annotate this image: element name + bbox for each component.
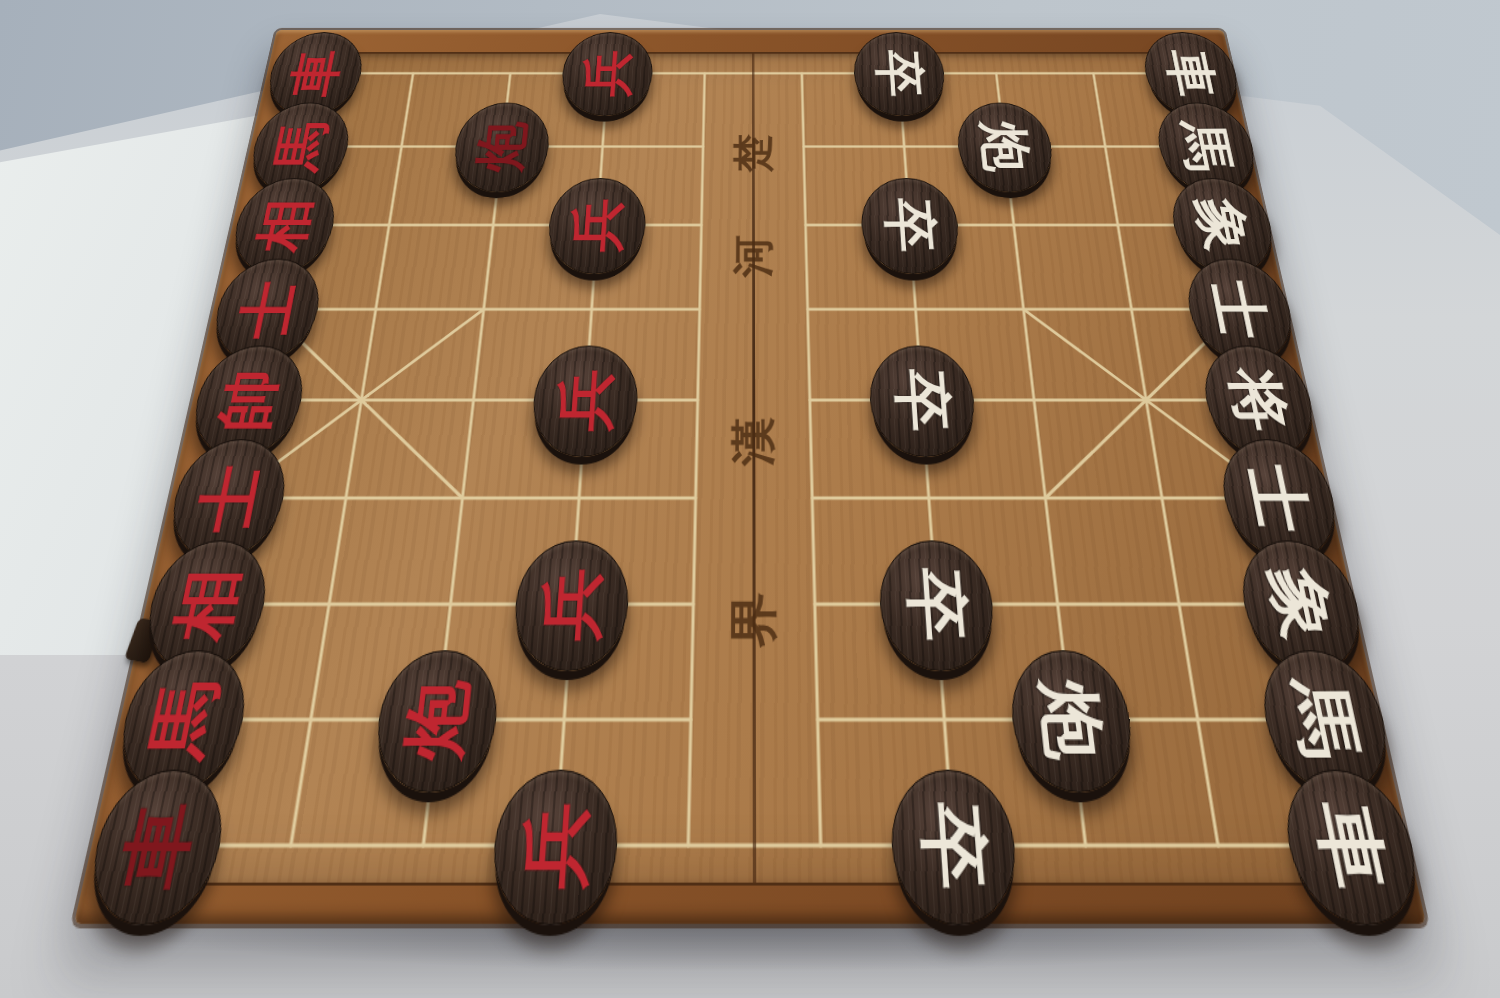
piece-character: 卒 — [891, 369, 954, 432]
piece-character: 士 — [1206, 281, 1274, 339]
piece-character: 兵 — [580, 50, 634, 97]
piece-character: 兵 — [568, 198, 626, 252]
river-label: 界 — [721, 592, 786, 649]
piece-character: 卒 — [902, 568, 970, 642]
piece-character: 相 — [252, 198, 317, 252]
piece-character: 相 — [168, 568, 246, 642]
piece-black-chariot[interactable]: 車 — [1275, 770, 1430, 926]
piece-character: 炮 — [399, 680, 474, 760]
piece-character: 兵 — [554, 369, 617, 432]
piece-character: 炮 — [473, 122, 531, 173]
xiangqi-board: 楚河漢界 車馬相士帥士相馬車炮炮兵兵兵兵兵卒卒卒卒卒炮炮車馬象士将士象馬車 — [74, 30, 1426, 924]
piece-character: 車 — [286, 50, 346, 97]
piece-character: 卒 — [916, 802, 991, 890]
piece-character: 卒 — [881, 198, 939, 252]
piece-character: 将 — [1223, 369, 1294, 432]
piece-character: 士 — [192, 465, 267, 533]
piece-character: 士 — [233, 281, 301, 339]
piece-character: 兵 — [518, 802, 593, 890]
board-playing-surface: 楚河漢界 車馬相士帥士相馬車炮炮兵兵兵兵兵卒卒卒卒卒炮炮車馬象士将士象馬車 — [116, 52, 1392, 885]
piece-character: 馬 — [269, 122, 332, 173]
piece-character: 象 — [1190, 198, 1255, 252]
piece-character: 炮 — [1034, 680, 1109, 760]
river-label: 楚 — [726, 134, 780, 173]
piece-character: 士 — [1242, 465, 1317, 533]
piece-character: 車 — [1161, 50, 1221, 97]
river-label: 漢 — [723, 417, 784, 466]
river-label: 河 — [725, 235, 781, 277]
piece-character: 帥 — [213, 369, 284, 432]
piece-character: 車 — [114, 802, 201, 890]
piece-red-chariot[interactable]: 車 — [79, 770, 233, 926]
piece-character: 馬 — [1175, 122, 1238, 173]
piece-character: 兵 — [537, 568, 605, 642]
piece-character: 卒 — [872, 50, 926, 97]
piece-character: 馬 — [142, 680, 224, 760]
piece-character: 車 — [1308, 802, 1395, 890]
piece-character: 炮 — [976, 122, 1034, 173]
piece-character: 象 — [1262, 568, 1341, 642]
piece-character: 馬 — [1284, 680, 1367, 760]
